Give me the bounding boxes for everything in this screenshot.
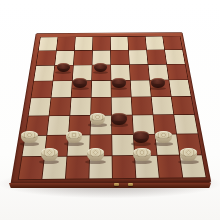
piece-top [87,148,104,156]
piece-top [21,131,37,139]
piece-top [155,131,171,139]
square-r3c1[interactable] [34,66,54,81]
square-r5c6[interactable] [132,97,153,114]
square-r6c8[interactable] [174,115,197,134]
square-r8c5[interactable] [113,156,136,178]
light-piece-r8c2[interactable] [41,148,58,162]
dark-piece-r6c5[interactable] [111,113,127,126]
square-r3c8[interactable] [167,64,188,79]
hinge-icon [114,183,119,186]
square-r2c8[interactable] [165,50,185,64]
square-r8c3[interactable] [66,156,89,178]
square-r4c1[interactable] [31,81,52,97]
square-r2c3[interactable] [74,51,92,65]
light-piece-r7c1[interactable] [21,131,37,145]
dark-piece-r4c3[interactable] [73,78,87,89]
light-piece-r7c3[interactable] [66,131,82,145]
square-r1c8[interactable] [163,36,182,49]
piece-top [41,148,58,156]
square-r2c1[interactable] [36,51,56,65]
dark-piece-r4c7[interactable] [151,78,165,89]
square-r1c4[interactable] [93,37,110,50]
dark-piece-r7c6[interactable] [133,131,149,145]
piece-top [180,148,197,156]
square-r2c5[interactable] [111,50,129,64]
square-r5c2[interactable] [49,98,70,116]
square-r1c3[interactable] [75,37,93,50]
dark-piece-r4c5[interactable] [112,78,126,89]
square-r7c5[interactable] [112,135,134,155]
square-r4c4[interactable] [92,81,111,97]
square-r1c2[interactable] [57,37,75,50]
square-r8c7[interactable] [158,156,183,178]
square-r3c6[interactable] [130,65,149,80]
square-r2c6[interactable] [129,50,148,64]
square-r1c7[interactable] [146,36,165,49]
square-r2c7[interactable] [147,50,166,64]
square-r5c7[interactable] [152,97,174,114]
piece-top [66,131,82,139]
hinge-icon [128,183,133,186]
light-piece-r6c4[interactable] [90,113,106,126]
piece-top [90,113,106,120]
square-r4c6[interactable] [131,80,151,96]
square-r4c8[interactable] [169,80,190,96]
square-r1c1[interactable] [39,37,58,50]
board-photo [0,0,220,220]
light-piece-r8c8[interactable] [180,148,197,162]
piece-top [151,78,165,85]
square-r4c2[interactable] [51,81,71,97]
piece-top [112,78,126,85]
square-r1c6[interactable] [128,37,146,50]
piece-top [57,63,70,69]
dark-piece-r3c4[interactable] [94,63,107,74]
square-r1c5[interactable] [111,37,128,50]
square-r5c1[interactable] [29,98,51,116]
piece-top [133,131,149,139]
square-r5c8[interactable] [172,97,194,114]
piece-top [111,113,127,120]
piece-top [94,63,107,69]
piece-top [133,148,150,156]
square-r5c3[interactable] [70,98,90,116]
dark-piece-r3c2[interactable] [57,63,70,74]
light-piece-r7c7[interactable] [155,131,171,145]
board-front-edge [9,183,211,188]
light-piece-r8c4[interactable] [87,148,104,162]
light-piece-r8c6[interactable] [133,148,150,162]
